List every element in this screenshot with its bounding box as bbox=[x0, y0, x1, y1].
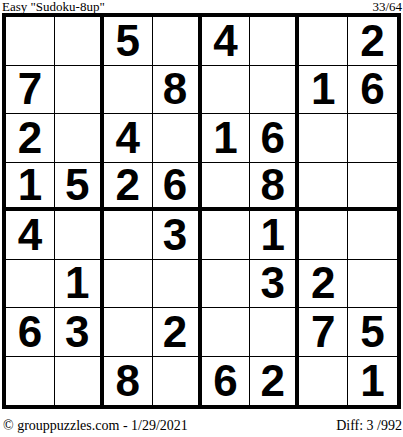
difficulty-text: Diff: 3 /992 bbox=[336, 418, 402, 433]
sudoku-cell-r1c8-given: 2 bbox=[348, 17, 397, 66]
sudoku-cell-r8c4-empty[interactable] bbox=[153, 357, 202, 406]
sudoku-cell-r7c1-given: 6 bbox=[6, 308, 55, 357]
sudoku-cell-r6c4-empty[interactable] bbox=[153, 260, 202, 309]
puzzle-title: Easy "Sudoku-8up" bbox=[2, 0, 105, 13]
sudoku-cell-r7c6-empty[interactable] bbox=[250, 308, 299, 357]
sudoku-cell-r8c1-empty[interactable] bbox=[6, 357, 55, 406]
sudoku-cell-r6c7-given: 2 bbox=[299, 260, 348, 309]
sudoku-cell-r7c2-given: 3 bbox=[55, 308, 104, 357]
sudoku-cell-r4c2-given: 5 bbox=[55, 163, 104, 212]
sudoku-cell-r8c2-empty[interactable] bbox=[55, 357, 104, 406]
sudoku-cell-r2c7-given: 1 bbox=[299, 66, 348, 115]
sudoku-cell-r4c5-empty[interactable] bbox=[202, 163, 251, 212]
puzzle-counter: 33/64 bbox=[372, 0, 402, 13]
sudoku-cell-r1c6-empty[interactable] bbox=[250, 17, 299, 66]
sudoku-cell-r3c8-empty[interactable] bbox=[348, 114, 397, 163]
sudoku-cell-r1c1-empty[interactable] bbox=[6, 17, 55, 66]
sudoku-cell-r5c7-empty[interactable] bbox=[299, 211, 348, 260]
sudoku-cell-r8c3-given: 8 bbox=[104, 357, 153, 406]
copyright-text: © grouppuzzles.com - 1/29/2021 bbox=[3, 418, 188, 433]
sudoku-cell-r6c3-empty[interactable] bbox=[104, 260, 153, 309]
sudoku-cell-r5c6-given: 1 bbox=[250, 211, 299, 260]
header: Easy "Sudoku-8up" 33/64 bbox=[2, 0, 402, 13]
sudoku-cell-r3c3-given: 4 bbox=[104, 114, 153, 163]
sudoku-cell-r7c7-given: 7 bbox=[299, 308, 348, 357]
sudoku-cell-r6c6-given: 3 bbox=[250, 260, 299, 309]
sudoku-cell-r6c8-empty[interactable] bbox=[348, 260, 397, 309]
sudoku-cell-r1c2-empty[interactable] bbox=[55, 17, 104, 66]
sudoku-cell-r1c4-empty[interactable] bbox=[153, 17, 202, 66]
sudoku-cell-r6c5-empty[interactable] bbox=[202, 260, 251, 309]
sudoku-cell-r6c1-empty[interactable] bbox=[6, 260, 55, 309]
sudoku-cell-r8c5-given: 6 bbox=[202, 357, 251, 406]
sudoku-cell-r5c3-empty[interactable] bbox=[104, 211, 153, 260]
sudoku-cell-r2c8-given: 6 bbox=[348, 66, 397, 115]
sudoku-cell-r7c4-given: 2 bbox=[153, 308, 202, 357]
sudoku-cell-r1c7-empty[interactable] bbox=[299, 17, 348, 66]
sudoku-cell-r4c1-given: 1 bbox=[6, 163, 55, 212]
sudoku-cell-r5c1-given: 4 bbox=[6, 211, 55, 260]
sudoku-cell-r7c3-empty[interactable] bbox=[104, 308, 153, 357]
sudoku-cell-r5c8-empty[interactable] bbox=[348, 211, 397, 260]
sudoku-cell-r3c2-empty[interactable] bbox=[55, 114, 104, 163]
sudoku-cell-r6c2-given: 1 bbox=[55, 260, 104, 309]
sudoku-cell-r4c7-empty[interactable] bbox=[299, 163, 348, 212]
sudoku-cell-r8c8-given: 1 bbox=[348, 357, 397, 406]
sudoku-cell-r1c3-given: 5 bbox=[104, 17, 153, 66]
sudoku-cell-r2c3-empty[interactable] bbox=[104, 66, 153, 115]
sudoku-cell-r4c6-given: 8 bbox=[250, 163, 299, 212]
sudoku-cell-r3c5-given: 1 bbox=[202, 114, 251, 163]
sudoku-cell-r3c7-empty[interactable] bbox=[299, 114, 348, 163]
sudoku-cell-r2c1-given: 7 bbox=[6, 66, 55, 115]
sudoku-cell-r7c5-empty[interactable] bbox=[202, 308, 251, 357]
sudoku-cell-r1c5-given: 4 bbox=[202, 17, 251, 66]
sudoku-cell-r8c7-empty[interactable] bbox=[299, 357, 348, 406]
sudoku-cell-r4c3-given: 2 bbox=[104, 163, 153, 212]
sudoku-cell-r3c4-empty[interactable] bbox=[153, 114, 202, 163]
sudoku-cell-r4c8-empty[interactable] bbox=[348, 163, 397, 212]
sudoku-cell-r8c6-given: 2 bbox=[250, 357, 299, 406]
sudoku-cell-r4c4-given: 6 bbox=[153, 163, 202, 212]
sudoku-cell-r5c2-empty[interactable] bbox=[55, 211, 104, 260]
sudoku-cell-r2c6-empty[interactable] bbox=[250, 66, 299, 115]
sudoku-cell-r5c5-empty[interactable] bbox=[202, 211, 251, 260]
sudoku-cell-r7c8-given: 5 bbox=[348, 308, 397, 357]
sudoku-cell-r2c4-given: 8 bbox=[153, 66, 202, 115]
sudoku-cell-r2c5-empty[interactable] bbox=[202, 66, 251, 115]
footer: © grouppuzzles.com - 1/29/2021 Diff: 3 /… bbox=[3, 418, 402, 433]
sudoku-cell-r5c4-given: 3 bbox=[153, 211, 202, 260]
sudoku-cell-r3c6-given: 6 bbox=[250, 114, 299, 163]
sudoku-board: 5427816241615268431132632758621 bbox=[2, 13, 401, 409]
sudoku-cell-r2c2-empty[interactable] bbox=[55, 66, 104, 115]
sudoku-cell-r3c1-given: 2 bbox=[6, 114, 55, 163]
